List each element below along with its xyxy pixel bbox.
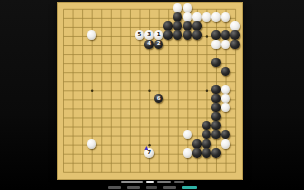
white-stone [211, 12, 220, 21]
black-stone [183, 21, 192, 30]
black-stone [211, 30, 220, 39]
white-stone [183, 12, 192, 21]
black-stone [211, 103, 220, 112]
black-stone [163, 30, 172, 39]
black-stone [173, 12, 182, 21]
white-stone [230, 21, 239, 30]
black-stone [192, 30, 201, 39]
white-stone [221, 12, 230, 21]
move-number: 2 [157, 41, 161, 47]
status-bar [0, 179, 304, 190]
toolbar-button[interactable] [146, 186, 157, 190]
black-stone [192, 21, 201, 30]
move-number: 3 [147, 32, 151, 38]
go-board[interactable]: 5314267 [57, 2, 243, 180]
white-stone: 1 [154, 30, 163, 39]
black-stone [230, 40, 239, 49]
white-stone [183, 3, 192, 12]
black-stone [183, 30, 192, 39]
black-stone [211, 112, 220, 121]
white-stone [192, 12, 201, 21]
app-background: 5314267 [0, 0, 304, 190]
white-stone [221, 139, 230, 148]
move-number: 6 [157, 96, 161, 102]
toolbar-button[interactable] [108, 186, 121, 190]
white-stone [211, 40, 220, 49]
black-stone [192, 139, 201, 148]
move-number: 7 [147, 150, 151, 156]
toolbar-button[interactable] [163, 186, 176, 190]
move-number: 5 [138, 32, 142, 38]
black-stone [192, 148, 201, 157]
black-stone [230, 30, 239, 39]
black-stone [221, 30, 230, 39]
game-info-text [0, 180, 304, 184]
black-stone [211, 130, 220, 139]
move-number: 1 [157, 32, 161, 38]
white-stone [183, 148, 192, 157]
accent-action-button[interactable] [182, 186, 197, 190]
black-stone [211, 85, 220, 94]
move-number: 4 [147, 41, 151, 47]
white-stone [202, 12, 211, 21]
black-stone [211, 148, 220, 157]
black-stone: 4 [144, 40, 153, 49]
black-stone [211, 121, 220, 130]
black-stone [211, 94, 220, 103]
status-text-segment [174, 181, 184, 184]
status-text-segment [157, 181, 171, 184]
white-stone: 3 [144, 30, 153, 39]
white-stone [87, 139, 96, 148]
toolbar-button[interactable] [127, 186, 140, 190]
status-text-segment [121, 181, 143, 184]
black-stone [202, 148, 211, 157]
white-stone: 5 [135, 30, 144, 39]
white-stone [173, 3, 182, 12]
black-stone [163, 21, 172, 30]
white-stone [221, 40, 230, 49]
status-text-segment [146, 181, 154, 184]
toolbar [0, 186, 304, 190]
black-stone [202, 139, 211, 148]
black-stone [211, 58, 220, 67]
